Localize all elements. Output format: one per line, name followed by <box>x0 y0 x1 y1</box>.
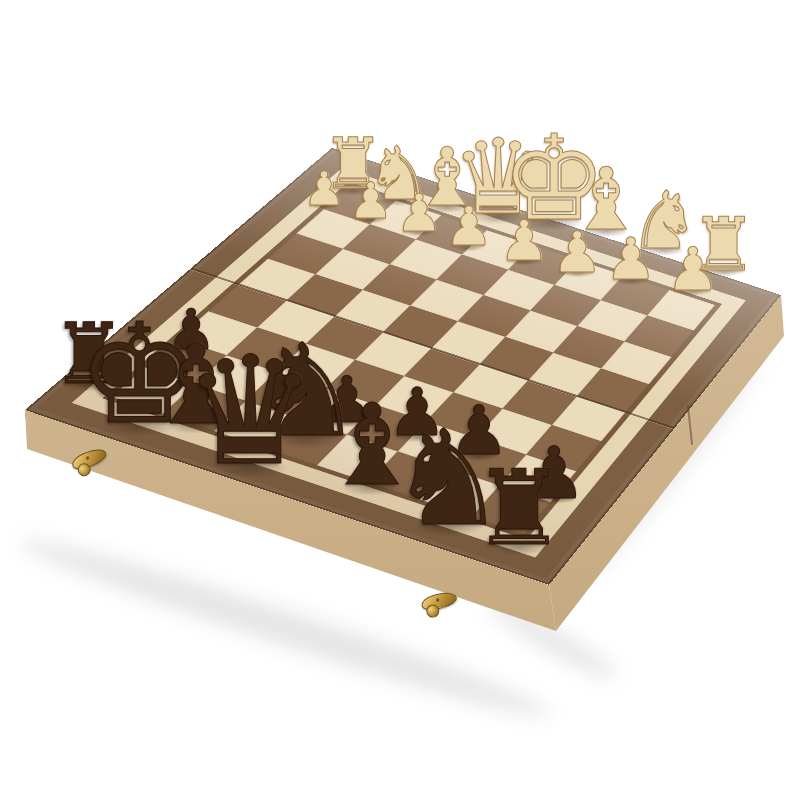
piece-black-rook-h8: ♜ <box>472 456 565 560</box>
piece-black-queen-d8: ♛ <box>183 336 317 486</box>
chess-set-photo: ♜♞♝♛♚♝♞♜♟♟♟♟♟♟♟♟♜♚♟♝♛♞♟♝♟♟♞♟♜ <box>0 0 800 800</box>
piece-white-pawn-d2: ♟ <box>445 200 493 254</box>
piece-white-pawn-h2: ♟ <box>666 239 720 299</box>
piece-white-pawn-f2: ♟ <box>551 224 602 281</box>
piece-white-pawn-b2: ♟ <box>349 176 394 226</box>
piece-white-pawn-a2: ♟ <box>303 165 345 212</box>
piece-white-pawn-g2: ♟ <box>605 230 657 288</box>
piece-white-pawn-e2: ♟ <box>499 213 549 269</box>
piece-white-pawn-c2: ♟ <box>396 187 443 239</box>
